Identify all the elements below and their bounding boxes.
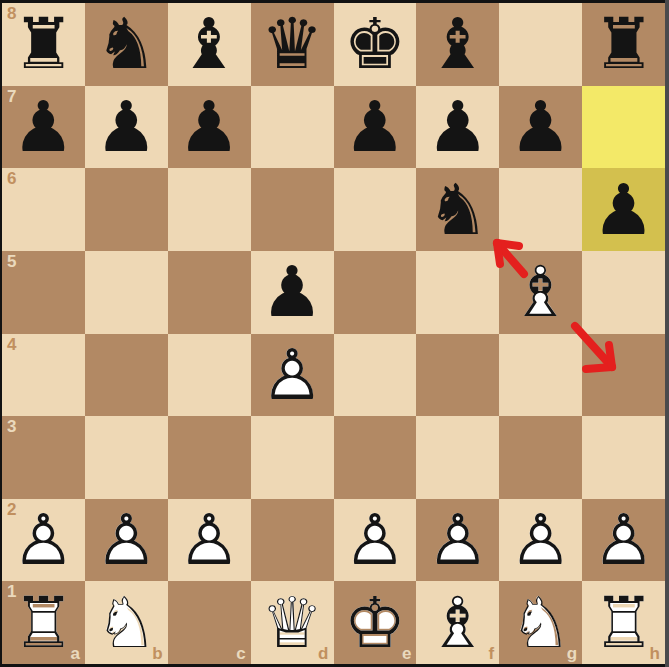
square-d8[interactable]: ♛: [251, 3, 334, 86]
piece-white-knight[interactable]: ♞♘: [85, 581, 168, 664]
square-a7[interactable]: 7♟: [2, 86, 85, 169]
square-e6[interactable]: [334, 168, 417, 251]
piece-black-pawn[interactable]: ♟: [85, 86, 168, 169]
piece-white-pawn[interactable]: ♟♙: [582, 499, 665, 582]
square-h8[interactable]: ♜: [582, 3, 665, 86]
piece-white-bishop[interactable]: ♝♗: [416, 581, 499, 664]
square-a8[interactable]: 8♜: [2, 3, 85, 86]
piece-black-pawn[interactable]: ♟: [168, 86, 251, 169]
black-pawn-glyph: ♟: [499, 86, 582, 169]
piece-white-bishop[interactable]: ♝♗: [499, 251, 582, 334]
square-h1[interactable]: h♜♖: [582, 581, 665, 664]
white-queen-outline: ♕: [251, 581, 334, 664]
square-a1[interactable]: 1a♜♖: [2, 581, 85, 664]
square-b3[interactable]: [85, 416, 168, 499]
square-g4[interactable]: [499, 334, 582, 417]
square-b8[interactable]: ♞: [85, 3, 168, 86]
square-c2[interactable]: ♟♙: [168, 499, 251, 582]
square-f8[interactable]: ♝: [416, 3, 499, 86]
square-h2[interactable]: ♟♙: [582, 499, 665, 582]
piece-black-rook[interactable]: ♜: [582, 3, 665, 86]
square-g1[interactable]: g♞♘: [499, 581, 582, 664]
piece-white-king[interactable]: ♚♔: [334, 581, 417, 664]
piece-white-pawn[interactable]: ♟♙: [168, 499, 251, 582]
black-knight-glyph: ♞: [416, 168, 499, 251]
piece-white-pawn[interactable]: ♟♙: [251, 334, 334, 417]
rank-label-4: 4: [7, 336, 16, 353]
piece-white-pawn[interactable]: ♟♙: [499, 499, 582, 582]
piece-white-pawn[interactable]: ♟♙: [334, 499, 417, 582]
square-h6[interactable]: ♟: [582, 168, 665, 251]
square-f4[interactable]: [416, 334, 499, 417]
square-g8[interactable]: [499, 3, 582, 86]
piece-black-bishop[interactable]: ♝: [416, 3, 499, 86]
square-g5[interactable]: ♝♗: [499, 251, 582, 334]
square-d5[interactable]: ♟: [251, 251, 334, 334]
square-b5[interactable]: [85, 251, 168, 334]
square-d1[interactable]: d♛♕: [251, 581, 334, 664]
piece-white-rook[interactable]: ♜♖: [2, 581, 85, 664]
piece-black-pawn[interactable]: ♟: [251, 251, 334, 334]
white-rook-outline: ♖: [582, 581, 665, 664]
black-queen-glyph: ♛: [251, 3, 334, 86]
black-bishop-glyph: ♝: [168, 3, 251, 86]
square-e5[interactable]: [334, 251, 417, 334]
square-d7[interactable]: [251, 86, 334, 169]
square-e7[interactable]: ♟: [334, 86, 417, 169]
square-g2[interactable]: ♟♙: [499, 499, 582, 582]
piece-white-pawn[interactable]: ♟♙: [416, 499, 499, 582]
piece-white-pawn[interactable]: ♟♙: [2, 499, 85, 582]
black-rook-glyph: ♜: [2, 3, 85, 86]
piece-black-queen[interactable]: ♛: [251, 3, 334, 86]
square-c6[interactable]: [168, 168, 251, 251]
piece-black-pawn[interactable]: ♟: [334, 86, 417, 169]
square-h4[interactable]: [582, 334, 665, 417]
piece-black-king[interactable]: ♚: [334, 3, 417, 86]
white-pawn-outline: ♙: [251, 334, 334, 417]
white-pawn-outline: ♙: [582, 499, 665, 582]
square-c3[interactable]: [168, 416, 251, 499]
black-pawn-glyph: ♟: [2, 86, 85, 169]
square-f5[interactable]: [416, 251, 499, 334]
square-b2[interactable]: ♟♙: [85, 499, 168, 582]
square-a4[interactable]: 4: [2, 334, 85, 417]
white-bishop-outline: ♗: [416, 581, 499, 664]
square-e4[interactable]: [334, 334, 417, 417]
square-c7[interactable]: ♟: [168, 86, 251, 169]
black-pawn-glyph: ♟: [168, 86, 251, 169]
rank-label-5: 5: [7, 253, 16, 270]
square-g3[interactable]: [499, 416, 582, 499]
square-h7[interactable]: [582, 86, 665, 169]
white-rook-outline: ♖: [2, 581, 85, 664]
piece-white-queen[interactable]: ♛♕: [251, 581, 334, 664]
square-b4[interactable]: [85, 334, 168, 417]
square-d2[interactable]: [251, 499, 334, 582]
square-b1[interactable]: b♞♘: [85, 581, 168, 664]
square-c5[interactable]: [168, 251, 251, 334]
white-pawn-outline: ♙: [416, 499, 499, 582]
square-f6[interactable]: ♞: [416, 168, 499, 251]
piece-white-knight[interactable]: ♞♘: [499, 581, 582, 664]
square-a6[interactable]: 6: [2, 168, 85, 251]
square-f1[interactable]: f♝♗: [416, 581, 499, 664]
square-c8[interactable]: ♝: [168, 3, 251, 86]
square-d3[interactable]: [251, 416, 334, 499]
piece-black-rook[interactable]: ♜: [2, 3, 85, 86]
board-frame-right-edge: [665, 0, 669, 667]
square-a3[interactable]: 3: [2, 416, 85, 499]
square-e1[interactable]: e♚♔: [334, 581, 417, 664]
square-h3[interactable]: [582, 416, 665, 499]
black-rook-glyph: ♜: [582, 3, 665, 86]
black-king-glyph: ♚: [334, 3, 417, 86]
piece-black-pawn[interactable]: ♟: [499, 86, 582, 169]
piece-black-knight[interactable]: ♞: [416, 168, 499, 251]
chess-board: 8♜♞♝♛♚♝♜7♟♟♟♟♟♟6♞♟5♟♝♗4♟♙32♟♙♟♙♟♙♟♙♟♙♟♙♟…: [2, 3, 665, 664]
white-pawn-outline: ♙: [2, 499, 85, 582]
white-king-outline: ♔: [334, 581, 417, 664]
square-c4[interactable]: [168, 334, 251, 417]
black-knight-glyph: ♞: [85, 3, 168, 86]
black-pawn-glyph: ♟: [251, 251, 334, 334]
square-d6[interactable]: [251, 168, 334, 251]
square-e2[interactable]: ♟♙: [334, 499, 417, 582]
black-pawn-glyph: ♟: [334, 86, 417, 169]
square-d4[interactable]: ♟♙: [251, 334, 334, 417]
piece-black-bishop[interactable]: ♝: [168, 3, 251, 86]
piece-black-pawn[interactable]: ♟: [2, 86, 85, 169]
square-h5[interactable]: [582, 251, 665, 334]
square-b7[interactable]: ♟: [85, 86, 168, 169]
white-knight-outline: ♘: [499, 581, 582, 664]
chess-board-frame: 8♜♞♝♛♚♝♜7♟♟♟♟♟♟6♞♟5♟♝♗4♟♙32♟♙♟♙♟♙♟♙♟♙♟♙♟…: [0, 0, 669, 667]
white-knight-outline: ♘: [85, 581, 168, 664]
rank-label-3: 3: [7, 418, 16, 435]
piece-white-pawn[interactable]: ♟♙: [85, 499, 168, 582]
black-pawn-glyph: ♟: [416, 86, 499, 169]
square-f3[interactable]: [416, 416, 499, 499]
square-c1[interactable]: c: [168, 581, 251, 664]
square-g6[interactable]: [499, 168, 582, 251]
white-bishop-outline: ♗: [499, 251, 582, 334]
square-e3[interactable]: [334, 416, 417, 499]
white-pawn-outline: ♙: [334, 499, 417, 582]
black-pawn-glyph: ♟: [582, 168, 665, 251]
piece-black-pawn[interactable]: ♟: [416, 86, 499, 169]
square-f7[interactable]: ♟: [416, 86, 499, 169]
square-a5[interactable]: 5: [2, 251, 85, 334]
square-b6[interactable]: [85, 168, 168, 251]
square-g7[interactable]: ♟: [499, 86, 582, 169]
black-bishop-glyph: ♝: [416, 3, 499, 86]
piece-black-knight[interactable]: ♞: [85, 3, 168, 86]
file-label-c: c: [236, 645, 245, 662]
white-pawn-outline: ♙: [168, 499, 251, 582]
square-f2[interactable]: ♟♙: [416, 499, 499, 582]
rank-label-6: 6: [7, 170, 16, 187]
white-pawn-outline: ♙: [499, 499, 582, 582]
piece-black-pawn[interactable]: ♟: [582, 168, 665, 251]
square-a2[interactable]: 2♟♙: [2, 499, 85, 582]
square-e8[interactable]: ♚: [334, 3, 417, 86]
white-pawn-outline: ♙: [85, 499, 168, 582]
piece-white-rook[interactable]: ♜♖: [582, 581, 665, 664]
black-pawn-glyph: ♟: [85, 86, 168, 169]
